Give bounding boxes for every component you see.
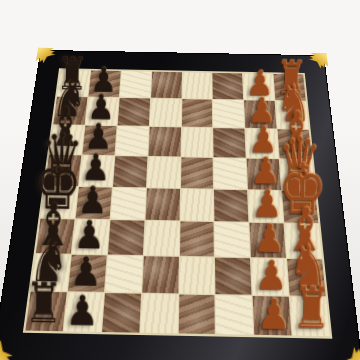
gold-corner-ornament-top-right bbox=[302, 53, 329, 75]
white-pawn[interactable]: ♟ bbox=[248, 123, 277, 157]
square-e6[interactable] bbox=[110, 187, 145, 220]
square-e3[interactable] bbox=[214, 189, 248, 222]
square-d4[interactable] bbox=[181, 157, 214, 188]
black-rook[interactable]: ♜ bbox=[25, 278, 64, 330]
square-c6[interactable] bbox=[115, 126, 148, 155]
square-b8[interactable]: ♞ bbox=[53, 97, 87, 125]
square-b3[interactable] bbox=[213, 100, 244, 128]
square-c2[interactable]: ♟ bbox=[246, 128, 279, 158]
square-c7[interactable]: ♟ bbox=[82, 125, 116, 154]
board-tilt-wrapper: ♜♟♟♜♞♟♟♞♝♟♟♝♛♟♟♛♚♟♟♚♝♟♟♝♞♟♟♞♜♟♟♜ bbox=[17, 25, 343, 351]
square-e5[interactable] bbox=[145, 188, 179, 221]
square-c5[interactable] bbox=[148, 127, 180, 156]
square-h2[interactable]: ♟ bbox=[253, 296, 292, 335]
square-h4[interactable] bbox=[178, 295, 215, 334]
square-a2[interactable]: ♟ bbox=[243, 73, 274, 100]
black-pawn[interactable]: ♟ bbox=[87, 92, 116, 125]
square-g5[interactable] bbox=[142, 256, 179, 293]
square-h7[interactable]: ♟ bbox=[64, 293, 104, 332]
white-pawn[interactable]: ♟ bbox=[246, 67, 274, 99]
chess-board: ♜♟♟♜♞♟♟♞♝♟♟♝♛♟♟♛♚♟♟♚♝♟♟♝♞♟♟♞♜♟♟♜ bbox=[0, 51, 360, 360]
square-a1[interactable]: ♜ bbox=[274, 74, 306, 101]
black-pawn[interactable]: ♟ bbox=[90, 64, 118, 96]
square-a7[interactable]: ♟ bbox=[88, 71, 120, 97]
square-h3[interactable] bbox=[216, 295, 254, 334]
square-f6[interactable] bbox=[108, 220, 144, 255]
square-b7[interactable]: ♟ bbox=[85, 97, 118, 125]
board-grid: ♜♟♟♜♞♟♟♞♝♟♟♝♛♟♟♛♚♟♟♚♝♟♟♝♞♟♟♞♜♟♟♜ bbox=[23, 68, 333, 338]
square-h6[interactable] bbox=[102, 293, 141, 332]
square-a5[interactable] bbox=[151, 72, 182, 99]
square-h8[interactable]: ♜ bbox=[25, 292, 66, 331]
white-pawn[interactable]: ♟ bbox=[247, 95, 276, 128]
square-a8[interactable]: ♜ bbox=[57, 70, 90, 96]
square-h1[interactable]: ♜ bbox=[290, 297, 330, 336]
white-pawn[interactable]: ♟ bbox=[256, 295, 290, 334]
square-f3[interactable] bbox=[215, 222, 250, 257]
white-rook[interactable]: ♜ bbox=[275, 57, 307, 99]
square-c3[interactable] bbox=[214, 128, 246, 158]
square-h5[interactable] bbox=[140, 294, 178, 333]
square-b1[interactable]: ♞ bbox=[276, 101, 309, 129]
square-b5[interactable] bbox=[149, 98, 181, 126]
gold-corner-ornament-top-left bbox=[35, 48, 63, 70]
white-knight[interactable]: ♞ bbox=[276, 81, 312, 128]
square-a4[interactable] bbox=[182, 72, 212, 99]
black-pawn[interactable]: ♟ bbox=[84, 120, 113, 154]
black-rook[interactable]: ♜ bbox=[57, 53, 89, 95]
gold-corner-ornament-bottom-right bbox=[331, 338, 360, 360]
square-g6[interactable] bbox=[105, 256, 143, 293]
square-b2[interactable]: ♟ bbox=[244, 100, 276, 128]
black-knight[interactable]: ♞ bbox=[52, 77, 88, 124]
square-f4[interactable] bbox=[179, 222, 214, 257]
photo-scene: ♜♟♟♜♞♟♟♞♝♟♟♝♛♟♟♛♚♟♟♚♝♟♟♝♞♟♟♞♜♟♟♜ bbox=[0, 0, 360, 360]
square-e4[interactable] bbox=[180, 188, 214, 221]
square-a6[interactable] bbox=[120, 71, 151, 98]
white-rook[interactable]: ♜ bbox=[292, 283, 331, 335]
square-g3[interactable] bbox=[215, 258, 251, 295]
square-c4[interactable] bbox=[181, 127, 213, 156]
square-f5[interactable] bbox=[144, 221, 179, 256]
square-d3[interactable] bbox=[214, 158, 247, 189]
square-d6[interactable] bbox=[113, 156, 147, 187]
gold-corner-ornament-bottom-left bbox=[0, 331, 24, 360]
square-a3[interactable] bbox=[213, 73, 244, 100]
black-pawn[interactable]: ♟ bbox=[66, 292, 100, 331]
square-b4[interactable] bbox=[181, 99, 212, 127]
square-b6[interactable] bbox=[117, 98, 149, 126]
square-g4[interactable] bbox=[179, 257, 215, 294]
square-d5[interactable] bbox=[147, 156, 180, 187]
